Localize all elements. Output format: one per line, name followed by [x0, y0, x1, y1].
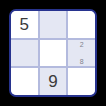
candidate-grid: 2 8 — [68, 40, 95, 67]
cell-value: 5 — [20, 16, 29, 33]
candidate-8: 8 — [77, 57, 86, 66]
cell-r2c1[interactable] — [11, 40, 38, 67]
cell-r1c2[interactable] — [40, 11, 67, 38]
cell-r2c2[interactable] — [40, 40, 67, 67]
cell-r3c1[interactable] — [11, 68, 38, 95]
cell-r3c2[interactable]: 9 — [40, 68, 67, 95]
cell-r1c3[interactable] — [68, 11, 95, 38]
cell-r1c1[interactable]: 5 — [11, 11, 38, 38]
cell-r3c3[interactable] — [68, 68, 95, 95]
cell-value: 9 — [48, 73, 57, 90]
cell-r2c3[interactable]: 2 8 — [68, 40, 95, 67]
candidate-2: 2 — [77, 40, 86, 49]
sudoku-board: 5 2 8 9 — [9, 9, 97, 97]
